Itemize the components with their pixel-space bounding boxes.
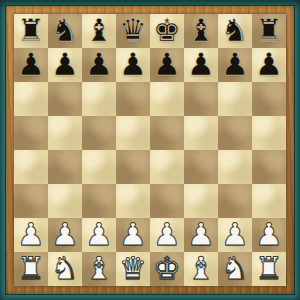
black-knight: ♞ xyxy=(221,13,249,47)
square-b2[interactable]: ♟ xyxy=(48,218,82,252)
square-a3[interactable] xyxy=(14,184,48,218)
square-g1[interactable]: ♞ xyxy=(218,252,252,286)
square-g4[interactable] xyxy=(218,150,252,184)
white-queen: ♛ xyxy=(119,251,147,285)
square-g8[interactable]: ♞ xyxy=(218,14,252,48)
square-h8[interactable]: ♜ xyxy=(252,14,286,48)
black-king: ♚ xyxy=(153,13,181,47)
square-g2[interactable]: ♟ xyxy=(218,218,252,252)
square-b4[interactable] xyxy=(48,150,82,184)
white-pawn: ♟ xyxy=(119,217,147,251)
square-c5[interactable] xyxy=(82,116,116,150)
chess-board: ♜♞♝♛♚♝♞♜♟♟♟♟♟♟♟♟♟♟♟♟♟♟♟♟♜♞♝♛♚♝♞♜ xyxy=(14,14,286,286)
square-h1[interactable]: ♜ xyxy=(252,252,286,286)
black-bishop: ♝ xyxy=(85,13,113,47)
square-g5[interactable] xyxy=(218,116,252,150)
white-pawn: ♟ xyxy=(221,217,249,251)
square-a4[interactable] xyxy=(14,150,48,184)
square-d1[interactable]: ♛ xyxy=(116,252,150,286)
square-e3[interactable] xyxy=(150,184,184,218)
square-h2[interactable]: ♟ xyxy=(252,218,286,252)
white-pawn: ♟ xyxy=(85,217,113,251)
square-f5[interactable] xyxy=(184,116,218,150)
square-e5[interactable] xyxy=(150,116,184,150)
square-c2[interactable]: ♟ xyxy=(82,218,116,252)
square-e7[interactable]: ♟ xyxy=(150,48,184,82)
square-d2[interactable]: ♟ xyxy=(116,218,150,252)
square-b7[interactable]: ♟ xyxy=(48,48,82,82)
square-b8[interactable]: ♞ xyxy=(48,14,82,48)
white-bishop: ♝ xyxy=(187,251,215,285)
square-f3[interactable] xyxy=(184,184,218,218)
square-a7[interactable]: ♟ xyxy=(14,48,48,82)
square-e8[interactable]: ♚ xyxy=(150,14,184,48)
square-h5[interactable] xyxy=(252,116,286,150)
black-pawn: ♟ xyxy=(119,47,147,81)
white-pawn: ♟ xyxy=(17,217,45,251)
square-b3[interactable] xyxy=(48,184,82,218)
square-b5[interactable] xyxy=(48,116,82,150)
square-e1[interactable]: ♚ xyxy=(150,252,184,286)
square-f2[interactable]: ♟ xyxy=(184,218,218,252)
black-knight: ♞ xyxy=(51,13,79,47)
white-rook: ♜ xyxy=(17,251,45,285)
square-f8[interactable]: ♝ xyxy=(184,14,218,48)
square-a5[interactable] xyxy=(14,116,48,150)
white-bishop: ♝ xyxy=(85,251,113,285)
white-pawn: ♟ xyxy=(255,217,283,251)
square-d8[interactable]: ♛ xyxy=(116,14,150,48)
square-e6[interactable] xyxy=(150,82,184,116)
white-knight: ♞ xyxy=(51,251,79,285)
white-pawn: ♟ xyxy=(153,217,181,251)
board-frame: ♜♞♝♛♚♝♞♜♟♟♟♟♟♟♟♟♟♟♟♟♟♟♟♟♜♞♝♛♚♝♞♜ xyxy=(5,5,295,295)
square-g7[interactable]: ♟ xyxy=(218,48,252,82)
black-rook: ♜ xyxy=(17,13,45,47)
black-pawn: ♟ xyxy=(51,47,79,81)
square-d5[interactable] xyxy=(116,116,150,150)
square-f4[interactable] xyxy=(184,150,218,184)
white-pawn: ♟ xyxy=(51,217,79,251)
square-h6[interactable] xyxy=(252,82,286,116)
square-g3[interactable] xyxy=(218,184,252,218)
square-a1[interactable]: ♜ xyxy=(14,252,48,286)
square-b1[interactable]: ♞ xyxy=(48,252,82,286)
square-d4[interactable] xyxy=(116,150,150,184)
square-c8[interactable]: ♝ xyxy=(82,14,116,48)
square-f7[interactable]: ♟ xyxy=(184,48,218,82)
square-a8[interactable]: ♜ xyxy=(14,14,48,48)
square-h4[interactable] xyxy=(252,150,286,184)
square-a2[interactable]: ♟ xyxy=(14,218,48,252)
black-pawn: ♟ xyxy=(187,47,215,81)
square-b6[interactable] xyxy=(48,82,82,116)
square-d7[interactable]: ♟ xyxy=(116,48,150,82)
square-f6[interactable] xyxy=(184,82,218,116)
square-c6[interactable] xyxy=(82,82,116,116)
square-d3[interactable] xyxy=(116,184,150,218)
square-c4[interactable] xyxy=(82,150,116,184)
black-pawn: ♟ xyxy=(255,47,283,81)
black-rook: ♜ xyxy=(255,13,283,47)
black-pawn: ♟ xyxy=(17,47,45,81)
table-background: ♜♞♝♛♚♝♞♜♟♟♟♟♟♟♟♟♟♟♟♟♟♟♟♟♜♞♝♛♚♝♞♜ xyxy=(0,0,300,300)
black-pawn: ♟ xyxy=(221,47,249,81)
black-pawn: ♟ xyxy=(85,47,113,81)
square-h3[interactable] xyxy=(252,184,286,218)
white-rook: ♜ xyxy=(255,251,283,285)
white-pawn: ♟ xyxy=(187,217,215,251)
square-d6[interactable] xyxy=(116,82,150,116)
white-king: ♚ xyxy=(153,251,181,285)
square-c7[interactable]: ♟ xyxy=(82,48,116,82)
black-queen: ♛ xyxy=(119,13,147,47)
black-pawn: ♟ xyxy=(153,47,181,81)
square-e2[interactable]: ♟ xyxy=(150,218,184,252)
square-a6[interactable] xyxy=(14,82,48,116)
square-e4[interactable] xyxy=(150,150,184,184)
black-bishop: ♝ xyxy=(187,13,215,47)
square-c3[interactable] xyxy=(82,184,116,218)
square-h7[interactable]: ♟ xyxy=(252,48,286,82)
square-g6[interactable] xyxy=(218,82,252,116)
white-knight: ♞ xyxy=(221,251,249,285)
square-f1[interactable]: ♝ xyxy=(184,252,218,286)
square-c1[interactable]: ♝ xyxy=(82,252,116,286)
